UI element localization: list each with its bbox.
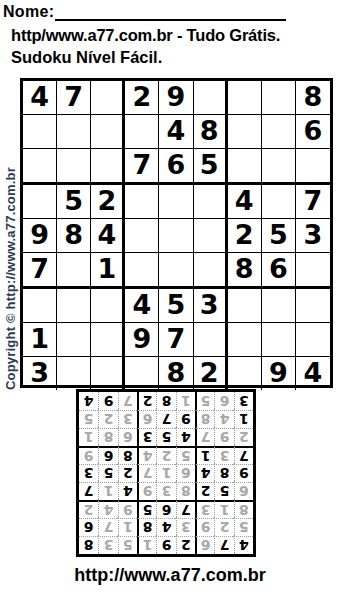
- solution-cell-r1c5: 9: [156, 536, 175, 554]
- solution-cell-r8c9: 5: [79, 410, 98, 428]
- puzzle-cell-r2c8: [262, 115, 296, 149]
- solution-cell-r8c8: 2: [98, 410, 117, 428]
- solution-cell-r7c9: 1: [79, 428, 98, 446]
- puzzle-cell-r2c5: 4: [159, 115, 193, 149]
- solution-cell-r9c7: 7: [118, 392, 137, 410]
- solution-cell-r2c7: 1: [118, 518, 137, 536]
- puzzle-cell-r4c8: [262, 185, 296, 219]
- puzzle-cell-r3c1: [23, 149, 57, 185]
- puzzle-cell-r2c2: [57, 115, 91, 149]
- puzzle-cell-r6c3: 1: [91, 253, 125, 289]
- solution-cell-r1c6: 1: [137, 536, 156, 554]
- solution-cell-r8c7: 3: [118, 410, 137, 428]
- solution-cell-r5c5: 1: [156, 464, 175, 482]
- solution-cell-r2c6: 8: [137, 518, 156, 536]
- puzzle-cell-r3c2: [57, 149, 91, 185]
- solution-cell-r2c1: 5: [234, 518, 253, 536]
- puzzle-cell-r6c7: 8: [228, 253, 262, 289]
- solution-cell-r2c4: 3: [176, 518, 195, 536]
- puzzle-cell-r6c2: [57, 253, 91, 289]
- solution-cell-r6c1: 7: [234, 446, 253, 464]
- solution-cell-r6c3: 1: [195, 446, 214, 464]
- puzzle-cell-r8c4: 9: [125, 323, 159, 357]
- puzzle-cell-r8c1: 1: [23, 323, 57, 357]
- solution-cell-r7c8: 8: [98, 428, 117, 446]
- solution-cell-r1c3: 6: [195, 536, 214, 554]
- puzzle-cell-r8c8: [262, 323, 296, 357]
- puzzle-cell-r9c9: 4: [296, 357, 330, 390]
- solution-cell-r5c1: 9: [234, 464, 253, 482]
- puzzle-cell-r1c6: [194, 81, 228, 115]
- puzzle-cell-r7c2: [57, 289, 91, 323]
- puzzle-cell-r2c9: 6: [296, 115, 330, 149]
- solution-cell-r2c9: 6: [79, 518, 98, 536]
- footer-url: http://www.a77.com.br: [0, 565, 340, 586]
- puzzle-cell-r3c3: [91, 149, 125, 185]
- solution-cell-r8c2: 4: [214, 410, 233, 428]
- puzzle-cell-r7c5: 5: [159, 289, 193, 323]
- puzzle-cell-r2c6: 8: [194, 115, 228, 149]
- puzzle-cell-r2c3: [91, 115, 125, 149]
- puzzle-cell-r2c7: [228, 115, 262, 149]
- solution-cell-r7c6: 3: [137, 428, 156, 446]
- puzzle-cell-r3c6: 5: [194, 149, 228, 185]
- puzzle-cell-r1c1: 4: [23, 81, 57, 115]
- solution-cell-r1c1: 4: [234, 536, 253, 554]
- solution-cell-r4c5: 3: [156, 482, 175, 500]
- puzzle-cell-r3c5: 6: [159, 149, 193, 185]
- puzzle-cell-r4c1: [23, 185, 57, 219]
- puzzle-cell-r3c9: [296, 149, 330, 185]
- solution-cell-r8c4: 9: [176, 410, 195, 428]
- puzzle-cell-r2c4: [125, 115, 159, 149]
- puzzle-cell-r7c8: [262, 289, 296, 323]
- puzzle-cell-r9c7: [228, 357, 262, 390]
- solution-cell-r6c2: 3: [214, 446, 233, 464]
- name-label-row: Nome:: [3, 3, 286, 21]
- solution-cell-r6c7: 8: [118, 446, 137, 464]
- solution-cell-r4c4: 8: [176, 482, 195, 500]
- puzzle-grid: 472984867655247984253718645319738294: [20, 78, 333, 388]
- solution-cell-r4c6: 9: [137, 482, 156, 500]
- solution-cell-r1c2: 7: [214, 536, 233, 554]
- puzzle-cell-r8c9: [296, 323, 330, 357]
- solution-cell-r3c9: 2: [79, 500, 98, 518]
- puzzle-cell-r1c9: 8: [296, 81, 330, 115]
- puzzle-cell-r1c8: [262, 81, 296, 115]
- solution-cell-r8c5: 7: [156, 410, 175, 428]
- solution-cell-r3c8: 4: [98, 500, 117, 518]
- puzzle-cell-r1c3: [91, 81, 125, 115]
- copyright-vertical-text: Copyright © http://www.a77.com.br: [3, 85, 18, 390]
- puzzle-cell-r6c5: [159, 253, 193, 289]
- puzzle-cell-r9c6: 2: [194, 357, 228, 390]
- puzzle-cell-r1c7: [228, 81, 262, 115]
- solution-cell-r3c5: 6: [156, 500, 175, 518]
- solution-cell-r6c5: 2: [156, 446, 175, 464]
- puzzle-cell-r4c9: 7: [296, 185, 330, 219]
- puzzle-cell-r9c4: [125, 357, 159, 390]
- solution-cell-r2c8: 7: [98, 518, 117, 536]
- puzzle-cell-r3c8: [262, 149, 296, 185]
- solution-cell-r3c2: 1: [214, 500, 233, 518]
- puzzle-cell-r4c2: 5: [57, 185, 91, 219]
- puzzle-cell-r4c6: [194, 185, 228, 219]
- puzzle-cell-r1c2: 7: [57, 81, 91, 115]
- puzzle-cell-r5c9: 3: [296, 219, 330, 253]
- puzzle-cell-r7c9: [296, 289, 330, 323]
- puzzle-cell-r9c1: 3: [23, 357, 57, 390]
- puzzle-cell-r1c4: 2: [125, 81, 159, 115]
- solution-cell-r1c8: 3: [98, 536, 117, 554]
- puzzle-cell-r7c4: 4: [125, 289, 159, 323]
- solution-cell-r9c8: 9: [98, 392, 117, 410]
- solution-cell-r3c7: 9: [118, 500, 137, 518]
- puzzle-cell-r9c5: 8: [159, 357, 193, 390]
- puzzle-cell-r7c6: 3: [194, 289, 228, 323]
- solution-cell-r3c3: 3: [195, 500, 214, 518]
- solution-cell-r2c3: 9: [195, 518, 214, 536]
- solution-cell-r5c7: 2: [118, 464, 137, 482]
- puzzle-cell-r8c6: [194, 323, 228, 357]
- puzzle-cell-r6c8: 6: [262, 253, 296, 289]
- solution-cell-r5c4: 6: [176, 464, 195, 482]
- puzzle-cell-r5c4: [125, 219, 159, 253]
- solution-cell-r2c5: 4: [156, 518, 175, 536]
- puzzle-cell-r3c7: [228, 149, 262, 185]
- puzzle-cell-r1c5: 9: [159, 81, 193, 115]
- puzzle-cell-r4c4: [125, 185, 159, 219]
- solution-cell-r7c1: 2: [234, 428, 253, 446]
- solution-cell-r5c2: 8: [214, 464, 233, 482]
- puzzle-cell-r6c9: [296, 253, 330, 289]
- solution-cell-r4c2: 5: [214, 482, 233, 500]
- solution-cell-r3c6: 5: [137, 500, 156, 518]
- solution-cell-r3c1: 8: [234, 500, 253, 518]
- puzzle-cell-r3c4: 7: [125, 149, 159, 185]
- solution-cell-r1c4: 2: [176, 536, 195, 554]
- solution-cell-r4c8: 1: [98, 482, 117, 500]
- puzzle-cell-r8c3: [91, 323, 125, 357]
- solution-cell-r7c3: 7: [195, 428, 214, 446]
- puzzle-cell-r5c7: 2: [228, 219, 262, 253]
- solution-cell-r9c3: 5: [195, 392, 214, 410]
- solution-cell-r6c4: 5: [176, 446, 195, 464]
- solution-cell-r9c6: 2: [137, 392, 156, 410]
- puzzle-cell-r6c4: [125, 253, 159, 289]
- puzzle-cell-r4c3: 2: [91, 185, 125, 219]
- solution-cell-r4c3: 2: [195, 482, 214, 500]
- solution-cell-r1c7: 5: [118, 536, 137, 554]
- solution-cell-r1c9: 8: [79, 536, 98, 554]
- solution-cell-r4c7: 4: [118, 482, 137, 500]
- puzzle-cell-r5c8: 5: [262, 219, 296, 253]
- puzzle-cell-r5c2: 8: [57, 219, 91, 253]
- solution-cell-r8c1: 1: [234, 410, 253, 428]
- puzzle-cell-r7c3: [91, 289, 125, 323]
- solution-cell-r5c3: 4: [195, 464, 214, 482]
- puzzle-cell-r6c1: 7: [23, 253, 57, 289]
- name-label: Nome:: [3, 3, 54, 20]
- puzzle-cell-r4c5: [159, 185, 193, 219]
- solution-cell-r9c9: 4: [79, 392, 98, 410]
- solution-cell-r5c6: 7: [137, 464, 156, 482]
- solution-cell-r4c1: 6: [234, 482, 253, 500]
- solution-cell-r9c4: 1: [176, 392, 195, 410]
- solution-cell-r5c9: 3: [79, 464, 98, 482]
- puzzle-cell-r7c1: [23, 289, 57, 323]
- puzzle-cell-r9c8: 9: [262, 357, 296, 390]
- solution-cell-r8c6: 6: [137, 410, 156, 428]
- puzzle-level-title: Sudoku Nível Fácil.: [11, 48, 162, 67]
- solution-cell-r7c5: 5: [156, 428, 175, 446]
- puzzle-cell-r5c6: [194, 219, 228, 253]
- solution-cell-r9c1: 3: [234, 392, 253, 410]
- solution-cell-r9c2: 6: [214, 392, 233, 410]
- solution-cell-r7c2: 9: [214, 428, 233, 446]
- puzzle-cell-r5c5: [159, 219, 193, 253]
- name-blank-line: [55, 4, 286, 21]
- solution-grid: 4762915385293481768137659426528394179846…: [76, 389, 256, 557]
- solution-cell-r4c9: 7: [79, 482, 98, 500]
- site-title: http/www.a77.com.br - Tudo Grátis.: [11, 26, 280, 45]
- puzzle-cell-r4c7: 4: [228, 185, 262, 219]
- solution-cell-r7c4: 4: [176, 428, 195, 446]
- solution-cell-r5c8: 5: [98, 464, 117, 482]
- puzzle-cell-r2c1: [23, 115, 57, 149]
- solution-cell-r7c7: 6: [118, 428, 137, 446]
- puzzle-cell-r9c3: [91, 357, 125, 390]
- puzzle-cell-r7c7: [228, 289, 262, 323]
- solution-cell-r9c5: 8: [156, 392, 175, 410]
- puzzle-cell-r6c6: [194, 253, 228, 289]
- puzzle-cell-r8c2: [57, 323, 91, 357]
- solution-cell-r6c8: 6: [98, 446, 117, 464]
- solution-cell-r2c2: 2: [214, 518, 233, 536]
- puzzle-cell-r8c7: [228, 323, 262, 357]
- solution-cell-r8c3: 8: [195, 410, 214, 428]
- solution-cell-r3c4: 7: [176, 500, 195, 518]
- puzzle-cell-r8c5: 7: [159, 323, 193, 357]
- solution-cell-r6c9: 9: [79, 446, 98, 464]
- puzzle-cell-r5c3: 4: [91, 219, 125, 253]
- puzzle-cell-r5c1: 9: [23, 219, 57, 253]
- puzzle-cell-r9c2: [57, 357, 91, 390]
- solution-cell-r6c6: 4: [137, 446, 156, 464]
